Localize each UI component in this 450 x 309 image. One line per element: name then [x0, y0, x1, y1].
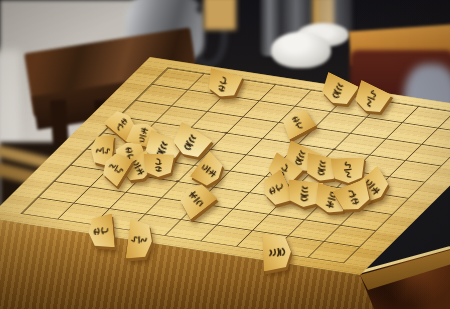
piece-kanji-glyph	[285, 111, 309, 134]
piece-kanji-glyph	[148, 156, 167, 173]
piece-kanji-glyph	[266, 240, 287, 263]
shogi-piece-BL2-lance[interactable]	[120, 228, 160, 252]
shogi-piece-R9-pawn[interactable]	[336, 184, 371, 210]
piece-kanji-glyph	[340, 184, 366, 209]
shogi-piece-L6-king[interactable]	[172, 129, 208, 156]
shogi-piece-L10-pawn[interactable]	[193, 159, 225, 183]
shogi-piece-L8-pawn[interactable]	[143, 154, 174, 177]
shogi-piece-L9-pawn[interactable]	[100, 156, 131, 179]
piece-kanji-glyph	[103, 155, 127, 180]
scene	[0, 0, 450, 309]
piece-kanji-glyph	[293, 183, 316, 204]
shogi-piece-MR1-pawn[interactable]	[282, 111, 313, 134]
shogi-piece-T1-pawn[interactable]	[207, 72, 240, 97]
piece-kanji-glyph	[211, 72, 235, 95]
piece-face	[126, 219, 155, 262]
pieces-layer	[0, 0, 450, 309]
piece-kanji-glyph	[130, 227, 150, 253]
piece-kanji-glyph	[92, 220, 112, 242]
shogi-piece-BL1-pawn[interactable]	[84, 219, 118, 244]
shogi-piece-TR2-silver[interactable]	[354, 86, 388, 112]
shogi-piece-TR1-gold[interactable]	[321, 78, 355, 104]
piece-face	[87, 213, 115, 249]
shogi-piece-BM1-knight[interactable]	[258, 238, 296, 266]
shogi-piece-C1-pawn[interactable]	[179, 186, 213, 212]
piece-face	[278, 105, 316, 140]
